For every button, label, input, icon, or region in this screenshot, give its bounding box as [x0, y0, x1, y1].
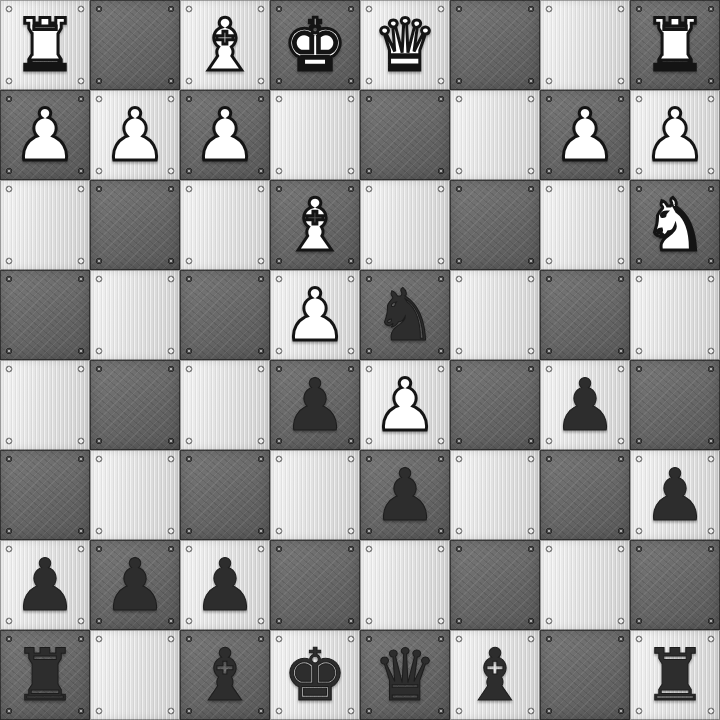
square-g4[interactable]: [90, 270, 180, 360]
piece-black-knight[interactable]: ♞: [373, 270, 438, 360]
square-c3[interactable]: [450, 180, 540, 270]
square-d2[interactable]: [360, 90, 450, 180]
piece-white-rook[interactable]: ♜: [643, 0, 708, 90]
square-c5[interactable]: [450, 360, 540, 450]
square-g6[interactable]: [90, 450, 180, 540]
square-e5[interactable]: ♟: [270, 360, 360, 450]
square-b6[interactable]: [540, 450, 630, 540]
square-a7[interactable]: [630, 540, 720, 630]
square-b8[interactable]: [540, 630, 630, 720]
square-f4[interactable]: [180, 270, 270, 360]
square-f3[interactable]: [180, 180, 270, 270]
piece-black-bishop[interactable]: ♝: [193, 630, 258, 720]
piece-black-pawn[interactable]: ♟: [643, 450, 708, 540]
square-g8[interactable]: [90, 630, 180, 720]
square-b7[interactable]: [540, 540, 630, 630]
square-d1[interactable]: ♛: [360, 0, 450, 90]
square-a3[interactable]: ♞: [630, 180, 720, 270]
square-c4[interactable]: [450, 270, 540, 360]
square-b4[interactable]: [540, 270, 630, 360]
piece-white-pawn[interactable]: ♟: [193, 90, 258, 180]
square-f2[interactable]: ♟: [180, 90, 270, 180]
square-h5[interactable]: [0, 360, 90, 450]
square-h3[interactable]: [0, 180, 90, 270]
piece-black-rook[interactable]: ♜: [13, 630, 78, 720]
square-e1[interactable]: ♚: [270, 0, 360, 90]
piece-white-pawn[interactable]: ♟: [373, 360, 438, 450]
square-d5[interactable]: ♟: [360, 360, 450, 450]
square-g3[interactable]: [90, 180, 180, 270]
square-b5[interactable]: ♟: [540, 360, 630, 450]
piece-black-pawn[interactable]: ♟: [373, 450, 438, 540]
square-f7[interactable]: ♟: [180, 540, 270, 630]
square-c7[interactable]: [450, 540, 540, 630]
square-d8[interactable]: ♛: [360, 630, 450, 720]
square-f8[interactable]: ♝: [180, 630, 270, 720]
chess-board: ♜♝♚♛♜♟♟♟♟♟♝♞♟♞♟♟♟♟♟♟♟♟♜♝♚♛♝♜: [0, 0, 720, 720]
piece-black-queen[interactable]: ♛: [373, 630, 438, 720]
square-e7[interactable]: [270, 540, 360, 630]
square-g2[interactable]: ♟: [90, 90, 180, 180]
square-b3[interactable]: [540, 180, 630, 270]
piece-black-bishop[interactable]: ♝: [463, 630, 528, 720]
square-e6[interactable]: [270, 450, 360, 540]
piece-white-pawn[interactable]: ♟: [643, 90, 708, 180]
piece-white-pawn[interactable]: ♟: [103, 90, 168, 180]
square-h7[interactable]: ♟: [0, 540, 90, 630]
square-d7[interactable]: [360, 540, 450, 630]
square-f6[interactable]: [180, 450, 270, 540]
piece-white-pawn[interactable]: ♟: [553, 90, 618, 180]
chess-app: ♜♝♚♛♜♟♟♟♟♟♝♞♟♞♟♟♟♟♟♟♟♟♜♝♚♛♝♜: [0, 0, 720, 720]
piece-black-pawn[interactable]: ♟: [283, 360, 348, 450]
piece-white-king[interactable]: ♚: [283, 0, 348, 90]
square-e8[interactable]: ♚: [270, 630, 360, 720]
piece-black-pawn[interactable]: ♟: [553, 360, 618, 450]
square-h4[interactable]: [0, 270, 90, 360]
square-a6[interactable]: ♟: [630, 450, 720, 540]
square-d3[interactable]: [360, 180, 450, 270]
square-h1[interactable]: ♜: [0, 0, 90, 90]
square-h8[interactable]: ♜: [0, 630, 90, 720]
square-h2[interactable]: ♟: [0, 90, 90, 180]
piece-white-pawn[interactable]: ♟: [283, 270, 348, 360]
square-c8[interactable]: ♝: [450, 630, 540, 720]
piece-black-pawn[interactable]: ♟: [103, 540, 168, 630]
square-f5[interactable]: [180, 360, 270, 450]
square-d4[interactable]: ♞: [360, 270, 450, 360]
square-e3[interactable]: ♝: [270, 180, 360, 270]
square-g7[interactable]: ♟: [90, 540, 180, 630]
square-h6[interactable]: [0, 450, 90, 540]
piece-white-bishop[interactable]: ♝: [283, 180, 348, 270]
piece-black-pawn[interactable]: ♟: [13, 540, 78, 630]
square-b2[interactable]: ♟: [540, 90, 630, 180]
square-a4[interactable]: [630, 270, 720, 360]
piece-white-pawn[interactable]: ♟: [13, 90, 78, 180]
square-c6[interactable]: [450, 450, 540, 540]
piece-black-king[interactable]: ♚: [283, 630, 348, 720]
square-b1[interactable]: [540, 0, 630, 90]
piece-white-queen[interactable]: ♛: [373, 0, 438, 90]
piece-white-knight[interactable]: ♞: [643, 180, 708, 270]
square-g1[interactable]: [90, 0, 180, 90]
square-d6[interactable]: ♟: [360, 450, 450, 540]
piece-black-rook[interactable]: ♜: [643, 630, 708, 720]
square-e4[interactable]: ♟: [270, 270, 360, 360]
square-c1[interactable]: [450, 0, 540, 90]
piece-white-bishop[interactable]: ♝: [193, 0, 258, 90]
square-a2[interactable]: ♟: [630, 90, 720, 180]
square-a8[interactable]: ♜: [630, 630, 720, 720]
square-e2[interactable]: [270, 90, 360, 180]
square-a1[interactable]: ♜: [630, 0, 720, 90]
square-g5[interactable]: [90, 360, 180, 450]
square-c2[interactable]: [450, 90, 540, 180]
square-f1[interactable]: ♝: [180, 0, 270, 90]
piece-black-pawn[interactable]: ♟: [193, 540, 258, 630]
square-a5[interactable]: [630, 360, 720, 450]
piece-white-rook[interactable]: ♜: [13, 0, 78, 90]
